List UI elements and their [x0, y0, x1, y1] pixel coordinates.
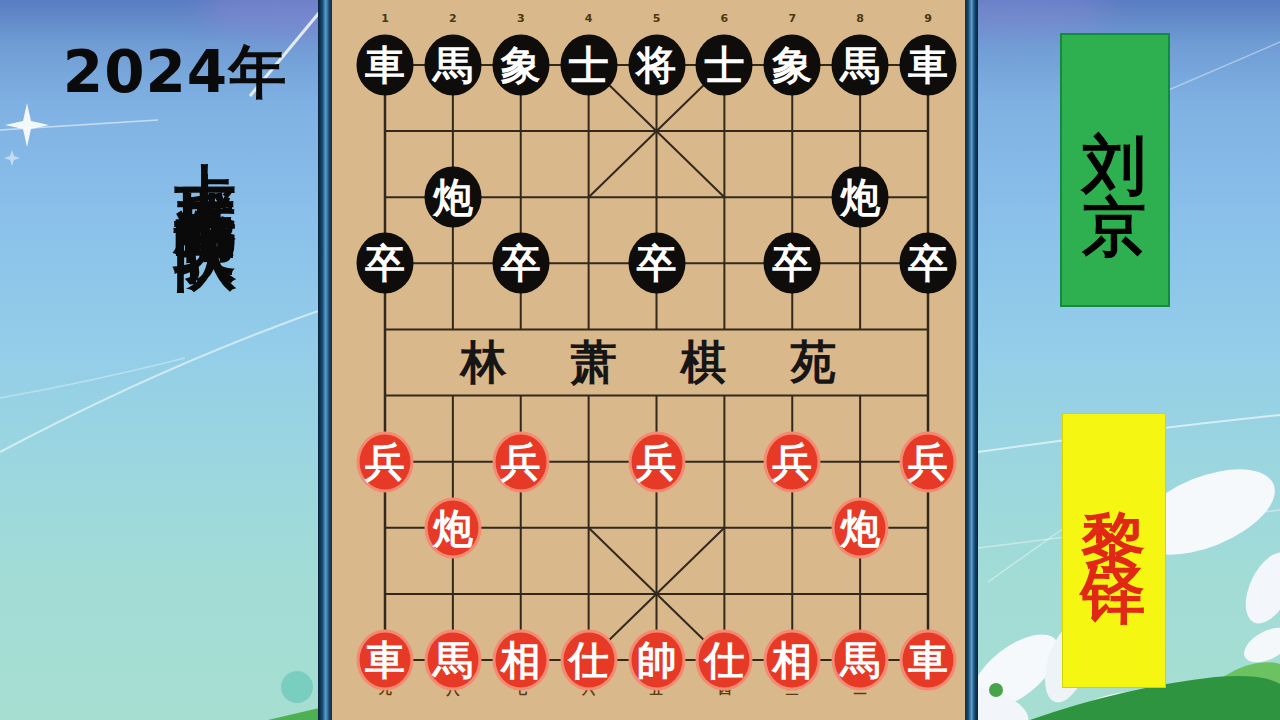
xiangqi-piece-red[interactable]: 仕: [560, 629, 617, 690]
player-plate-red: 黎铎: [1062, 413, 1166, 688]
xiangqi-piece-black[interactable]: 炮: [832, 167, 889, 228]
player-plate-black: 刘京: [1060, 33, 1170, 307]
file-number: 2: [449, 12, 457, 25]
file-number: 1: [381, 12, 389, 25]
xiangqi-piece-black[interactable]: 士: [560, 35, 617, 96]
scene: 2024年 十虎大战精英联队 123456789 林萧棋苑 九八七六五四三二一 …: [0, 0, 1280, 720]
xiangqi-board[interactable]: 123456789 林萧棋苑 九八七六五四三二一 車馬象士将士象馬車炮炮卒卒卒卒…: [332, 0, 965, 720]
xiangqi-piece-black[interactable]: 士: [696, 35, 753, 96]
file-number: 3: [517, 12, 525, 25]
xiangqi-piece-red[interactable]: 仕: [696, 629, 753, 690]
xiangqi-piece-red[interactable]: 帥: [628, 629, 685, 690]
xiangqi-piece-red[interactable]: 兵: [357, 431, 414, 492]
xiangqi-piece-black[interactable]: 卒: [628, 233, 685, 294]
xiangqi-piece-red[interactable]: 相: [764, 629, 821, 690]
xiangqi-piece-red[interactable]: 車: [900, 629, 957, 690]
xiangqi-piece-black[interactable]: 象: [764, 35, 821, 96]
xiangqi-piece-black[interactable]: 車: [900, 35, 957, 96]
xiangqi-piece-black[interactable]: 将: [628, 35, 685, 96]
board-frame-right: [965, 0, 978, 720]
file-number: 5: [653, 12, 661, 25]
file-number: 6: [721, 12, 729, 25]
xiangqi-piece-red[interactable]: 馬: [832, 629, 889, 690]
xiangqi-piece-black[interactable]: 馬: [832, 35, 889, 96]
board-frame-left: [318, 0, 332, 720]
player-name-black: 刘京: [1072, 77, 1159, 305]
file-number: 8: [856, 12, 864, 25]
xiangqi-piece-black[interactable]: 車: [357, 35, 414, 96]
xiangqi-piece-red[interactable]: 車: [357, 629, 414, 690]
player-name-red: 黎铎: [1071, 460, 1158, 687]
teal-dot: [281, 671, 313, 703]
xiangqi-piece-black[interactable]: 馬: [424, 35, 481, 96]
xiangqi-piece-black[interactable]: 卒: [764, 233, 821, 294]
xiangqi-piece-black[interactable]: 象: [492, 35, 549, 96]
xiangqi-piece-black[interactable]: 卒: [357, 233, 414, 294]
file-number: 7: [788, 12, 796, 25]
file-number: 9: [924, 12, 932, 25]
xiangqi-piece-red[interactable]: 馬: [424, 629, 481, 690]
xiangqi-piece-black[interactable]: 卒: [492, 233, 549, 294]
file-number: 4: [585, 12, 593, 25]
event-year: 2024年: [52, 34, 298, 112]
xiangqi-piece-red[interactable]: 兵: [492, 431, 549, 492]
xiangqi-piece-red[interactable]: 炮: [832, 497, 889, 558]
xiangqi-piece-red[interactable]: 兵: [764, 431, 821, 492]
xiangqi-piece-red[interactable]: 兵: [900, 431, 957, 492]
river-text: 林萧棋苑: [332, 334, 965, 390]
xiangqi-piece-black[interactable]: 炮: [424, 167, 481, 228]
xiangqi-piece-red[interactable]: 相: [492, 629, 549, 690]
xiangqi-piece-black[interactable]: 卒: [900, 233, 957, 294]
event-title: 十虎大战精英联队: [169, 112, 241, 192]
xiangqi-piece-red[interactable]: 炮: [424, 497, 481, 558]
xiangqi-piece-red[interactable]: 兵: [628, 431, 685, 492]
